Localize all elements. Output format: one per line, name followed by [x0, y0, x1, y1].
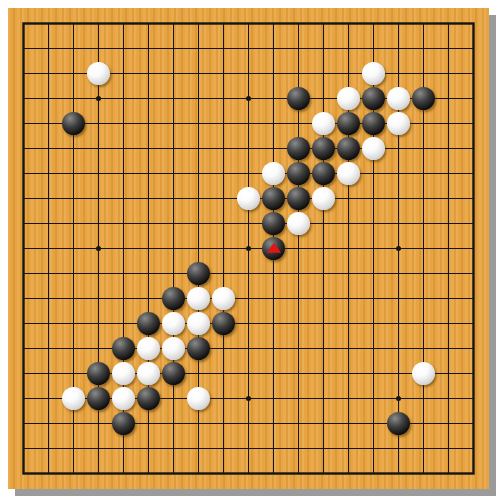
intersection[interactable] — [461, 261, 486, 286]
intersection[interactable] — [411, 236, 436, 261]
intersection[interactable] — [436, 361, 461, 386]
intersection[interactable] — [336, 36, 361, 61]
intersection[interactable] — [261, 136, 286, 161]
intersection[interactable] — [86, 211, 111, 236]
intersection[interactable] — [436, 336, 461, 361]
intersection[interactable] — [161, 336, 186, 361]
intersection[interactable] — [161, 36, 186, 61]
intersection[interactable] — [11, 61, 36, 86]
intersection[interactable] — [386, 336, 411, 361]
intersection[interactable] — [236, 336, 261, 361]
intersection[interactable] — [136, 161, 161, 186]
intersection[interactable] — [161, 411, 186, 436]
intersection[interactable] — [336, 386, 361, 411]
intersection[interactable] — [411, 286, 436, 311]
intersection[interactable] — [111, 86, 136, 111]
intersection[interactable] — [436, 436, 461, 461]
intersection[interactable] — [386, 286, 411, 311]
intersection[interactable] — [286, 436, 311, 461]
intersection[interactable] — [286, 111, 311, 136]
intersection[interactable] — [336, 61, 361, 86]
intersection[interactable] — [336, 311, 361, 336]
intersection[interactable] — [11, 111, 36, 136]
intersection[interactable] — [61, 361, 86, 386]
intersection[interactable] — [86, 61, 111, 86]
intersection[interactable] — [336, 211, 361, 236]
intersection[interactable] — [386, 361, 411, 386]
intersection[interactable] — [36, 311, 61, 336]
intersection[interactable] — [236, 436, 261, 461]
intersection[interactable] — [111, 161, 136, 186]
intersection[interactable] — [61, 86, 86, 111]
intersection[interactable] — [361, 61, 386, 86]
intersection[interactable] — [111, 436, 136, 461]
intersection[interactable] — [386, 36, 411, 61]
intersection[interactable] — [186, 186, 211, 211]
intersection[interactable] — [261, 36, 286, 61]
intersection[interactable] — [311, 211, 336, 236]
intersection[interactable] — [211, 161, 236, 186]
intersection[interactable] — [61, 286, 86, 311]
intersection[interactable] — [211, 86, 236, 111]
intersection[interactable] — [436, 186, 461, 211]
intersection[interactable] — [286, 286, 311, 311]
intersection[interactable] — [161, 311, 186, 336]
intersection[interactable] — [61, 261, 86, 286]
intersection[interactable] — [86, 286, 111, 311]
intersection[interactable] — [261, 311, 286, 336]
intersection[interactable] — [86, 186, 111, 211]
intersection[interactable] — [286, 386, 311, 411]
intersection[interactable] — [261, 11, 286, 36]
intersection[interactable] — [336, 336, 361, 361]
intersection[interactable] — [11, 361, 36, 386]
intersection[interactable] — [111, 186, 136, 211]
intersection[interactable] — [61, 411, 86, 436]
intersection[interactable] — [211, 286, 236, 311]
intersection[interactable] — [86, 161, 111, 186]
intersection[interactable] — [236, 361, 261, 386]
intersection[interactable] — [411, 36, 436, 61]
intersection[interactable] — [386, 386, 411, 411]
intersection[interactable] — [136, 111, 161, 136]
intersection[interactable] — [236, 161, 261, 186]
intersection[interactable] — [236, 186, 261, 211]
intersection[interactable] — [161, 136, 186, 161]
intersection[interactable] — [461, 136, 486, 161]
intersection[interactable] — [286, 86, 311, 111]
intersection[interactable] — [236, 261, 261, 286]
intersection[interactable] — [136, 386, 161, 411]
intersection[interactable] — [211, 386, 236, 411]
intersection[interactable] — [136, 336, 161, 361]
intersection[interactable] — [311, 111, 336, 136]
intersection[interactable] — [461, 161, 486, 186]
intersection[interactable] — [236, 386, 261, 411]
intersection[interactable] — [236, 136, 261, 161]
intersection[interactable] — [436, 161, 461, 186]
intersection[interactable] — [236, 61, 261, 86]
intersection[interactable] — [136, 461, 161, 486]
intersection[interactable] — [86, 386, 111, 411]
intersection[interactable] — [461, 11, 486, 36]
intersection[interactable] — [136, 36, 161, 61]
intersection[interactable] — [261, 161, 286, 186]
intersection[interactable] — [211, 461, 236, 486]
intersection[interactable] — [461, 86, 486, 111]
intersection[interactable] — [236, 211, 261, 236]
intersection[interactable] — [36, 436, 61, 461]
intersection[interactable] — [461, 236, 486, 261]
intersection[interactable] — [236, 36, 261, 61]
intersection[interactable] — [211, 411, 236, 436]
intersection[interactable] — [136, 86, 161, 111]
intersection[interactable] — [411, 311, 436, 336]
intersection[interactable] — [336, 11, 361, 36]
intersection[interactable] — [186, 411, 211, 436]
intersection[interactable] — [111, 361, 136, 386]
intersection[interactable] — [311, 311, 336, 336]
intersection[interactable] — [161, 386, 186, 411]
intersection[interactable] — [461, 436, 486, 461]
intersection[interactable] — [261, 436, 286, 461]
intersection[interactable] — [286, 61, 311, 86]
intersection[interactable] — [386, 161, 411, 186]
intersection[interactable] — [361, 336, 386, 361]
intersection[interactable] — [61, 336, 86, 361]
intersection[interactable] — [11, 286, 36, 311]
intersection[interactable] — [111, 411, 136, 436]
intersection[interactable] — [186, 361, 211, 386]
intersection[interactable] — [86, 461, 111, 486]
intersection[interactable] — [136, 236, 161, 261]
intersection[interactable] — [111, 61, 136, 86]
intersection[interactable] — [61, 136, 86, 161]
intersection[interactable] — [161, 161, 186, 186]
intersection[interactable] — [186, 261, 211, 286]
intersection[interactable] — [461, 411, 486, 436]
intersection[interactable] — [436, 11, 461, 36]
intersection[interactable] — [211, 186, 236, 211]
intersection[interactable] — [36, 86, 61, 111]
intersection[interactable] — [386, 436, 411, 461]
intersection[interactable] — [136, 136, 161, 161]
intersection[interactable] — [311, 286, 336, 311]
intersection[interactable] — [286, 136, 311, 161]
intersection[interactable] — [361, 436, 386, 461]
intersection[interactable] — [461, 211, 486, 236]
intersection[interactable] — [186, 11, 211, 36]
intersection[interactable] — [286, 211, 311, 236]
intersection[interactable] — [161, 236, 186, 261]
intersection[interactable] — [386, 61, 411, 86]
intersection[interactable] — [61, 211, 86, 236]
intersection[interactable] — [136, 436, 161, 461]
intersection[interactable] — [11, 411, 36, 436]
intersection[interactable] — [261, 336, 286, 361]
intersection[interactable] — [261, 111, 286, 136]
intersection[interactable] — [411, 61, 436, 86]
intersection[interactable] — [136, 286, 161, 311]
intersection[interactable] — [436, 236, 461, 261]
intersection[interactable] — [286, 411, 311, 436]
intersection[interactable] — [186, 436, 211, 461]
intersection[interactable] — [286, 161, 311, 186]
intersection[interactable] — [161, 436, 186, 461]
intersection[interactable] — [11, 161, 36, 186]
intersection[interactable] — [136, 61, 161, 86]
intersection[interactable] — [386, 86, 411, 111]
intersection[interactable] — [411, 161, 436, 186]
intersection[interactable] — [211, 111, 236, 136]
intersection[interactable] — [436, 136, 461, 161]
intersection[interactable] — [436, 86, 461, 111]
intersection[interactable] — [11, 386, 36, 411]
intersection[interactable] — [286, 361, 311, 386]
intersection[interactable] — [411, 186, 436, 211]
intersection[interactable] — [261, 86, 286, 111]
intersection[interactable] — [186, 311, 211, 336]
intersection[interactable] — [236, 111, 261, 136]
intersection[interactable] — [186, 236, 211, 261]
intersection[interactable] — [61, 461, 86, 486]
intersection[interactable] — [411, 261, 436, 286]
intersection[interactable] — [36, 261, 61, 286]
intersection[interactable] — [286, 11, 311, 36]
intersection[interactable] — [436, 461, 461, 486]
intersection[interactable] — [36, 136, 61, 161]
intersection[interactable] — [211, 236, 236, 261]
intersection[interactable] — [11, 311, 36, 336]
intersection[interactable] — [261, 361, 286, 386]
intersection[interactable] — [286, 261, 311, 286]
intersection[interactable] — [161, 11, 186, 36]
intersection[interactable] — [11, 36, 36, 61]
intersection[interactable] — [461, 336, 486, 361]
intersection[interactable] — [36, 161, 61, 186]
intersection[interactable] — [161, 211, 186, 236]
intersection[interactable] — [161, 461, 186, 486]
intersection[interactable] — [161, 186, 186, 211]
intersection[interactable] — [311, 136, 336, 161]
intersection[interactable] — [36, 36, 61, 61]
intersection[interactable] — [361, 11, 386, 36]
intersection[interactable] — [386, 236, 411, 261]
intersection[interactable] — [386, 11, 411, 36]
intersection[interactable] — [311, 61, 336, 86]
intersection[interactable] — [186, 36, 211, 61]
intersection[interactable] — [461, 61, 486, 86]
intersection[interactable] — [111, 261, 136, 286]
intersection[interactable] — [436, 61, 461, 86]
intersection[interactable] — [436, 36, 461, 61]
intersection[interactable] — [361, 311, 386, 336]
intersection[interactable] — [361, 136, 386, 161]
intersection[interactable] — [11, 261, 36, 286]
intersection[interactable] — [411, 211, 436, 236]
intersection[interactable] — [411, 86, 436, 111]
intersection[interactable] — [36, 386, 61, 411]
intersection[interactable] — [186, 161, 211, 186]
intersection[interactable] — [311, 411, 336, 436]
intersection[interactable] — [311, 161, 336, 186]
intersection[interactable] — [411, 136, 436, 161]
intersection[interactable] — [461, 361, 486, 386]
intersection[interactable] — [361, 286, 386, 311]
intersection[interactable] — [361, 211, 386, 236]
intersection[interactable] — [11, 236, 36, 261]
intersection[interactable] — [61, 236, 86, 261]
intersection[interactable] — [211, 211, 236, 236]
intersection[interactable] — [61, 11, 86, 36]
intersection[interactable] — [86, 436, 111, 461]
intersection[interactable] — [86, 86, 111, 111]
intersection[interactable] — [211, 61, 236, 86]
intersection[interactable] — [36, 336, 61, 361]
intersection[interactable] — [36, 11, 61, 36]
intersection[interactable] — [436, 411, 461, 436]
intersection[interactable] — [186, 336, 211, 361]
intersection[interactable] — [286, 186, 311, 211]
intersection[interactable] — [36, 461, 61, 486]
intersection[interactable] — [336, 161, 361, 186]
intersection[interactable] — [11, 186, 36, 211]
intersection[interactable] — [361, 236, 386, 261]
intersection[interactable] — [36, 61, 61, 86]
intersection[interactable] — [311, 11, 336, 36]
intersection[interactable] — [11, 136, 36, 161]
intersection[interactable] — [236, 286, 261, 311]
intersection[interactable] — [311, 361, 336, 386]
intersection[interactable] — [186, 461, 211, 486]
intersection[interactable] — [336, 186, 361, 211]
intersection[interactable] — [136, 361, 161, 386]
intersection[interactable] — [261, 236, 286, 261]
intersection[interactable] — [186, 211, 211, 236]
intersection[interactable] — [136, 261, 161, 286]
intersection[interactable] — [411, 111, 436, 136]
intersection[interactable] — [286, 461, 311, 486]
intersection[interactable] — [111, 211, 136, 236]
intersection[interactable] — [136, 186, 161, 211]
intersection[interactable] — [411, 436, 436, 461]
intersection[interactable] — [336, 361, 361, 386]
intersection[interactable] — [211, 36, 236, 61]
intersection[interactable] — [436, 261, 461, 286]
intersection[interactable] — [36, 111, 61, 136]
intersection[interactable] — [136, 411, 161, 436]
intersection[interactable] — [61, 311, 86, 336]
intersection[interactable] — [461, 111, 486, 136]
intersection[interactable] — [136, 311, 161, 336]
intersection[interactable] — [36, 236, 61, 261]
intersection[interactable] — [311, 261, 336, 286]
intersection[interactable] — [211, 311, 236, 336]
intersection[interactable] — [336, 236, 361, 261]
intersection[interactable] — [386, 311, 411, 336]
intersection[interactable] — [386, 411, 411, 436]
intersection[interactable] — [86, 311, 111, 336]
intersection[interactable] — [36, 286, 61, 311]
intersection[interactable] — [86, 361, 111, 386]
intersection[interactable] — [161, 361, 186, 386]
intersection[interactable] — [36, 211, 61, 236]
intersection[interactable] — [261, 61, 286, 86]
intersection[interactable] — [236, 411, 261, 436]
intersection[interactable] — [311, 36, 336, 61]
intersection[interactable] — [336, 261, 361, 286]
intersection[interactable] — [336, 136, 361, 161]
intersection[interactable] — [36, 411, 61, 436]
intersection[interactable] — [211, 11, 236, 36]
intersection[interactable] — [86, 236, 111, 261]
intersection[interactable] — [111, 11, 136, 36]
intersection[interactable] — [236, 11, 261, 36]
intersection[interactable] — [11, 211, 36, 236]
intersection[interactable] — [261, 286, 286, 311]
intersection[interactable] — [111, 311, 136, 336]
intersection[interactable] — [186, 111, 211, 136]
intersection[interactable] — [211, 261, 236, 286]
intersection[interactable] — [211, 436, 236, 461]
intersection[interactable] — [61, 61, 86, 86]
intersection[interactable] — [161, 286, 186, 311]
intersection[interactable] — [386, 111, 411, 136]
intersection[interactable] — [386, 211, 411, 236]
intersection[interactable] — [286, 36, 311, 61]
intersection[interactable] — [86, 261, 111, 286]
intersection[interactable] — [11, 461, 36, 486]
intersection[interactable] — [211, 136, 236, 161]
intersection[interactable] — [411, 361, 436, 386]
intersection[interactable] — [111, 461, 136, 486]
intersection[interactable] — [461, 311, 486, 336]
intersection[interactable] — [386, 461, 411, 486]
intersection[interactable] — [311, 236, 336, 261]
intersection[interactable] — [236, 311, 261, 336]
intersection[interactable] — [436, 211, 461, 236]
intersection[interactable] — [336, 86, 361, 111]
intersection[interactable] — [436, 386, 461, 411]
intersection[interactable] — [186, 86, 211, 111]
intersection[interactable] — [236, 461, 261, 486]
intersection[interactable] — [411, 411, 436, 436]
intersection[interactable] — [311, 386, 336, 411]
intersection[interactable] — [386, 261, 411, 286]
intersection[interactable] — [86, 411, 111, 436]
intersection[interactable] — [411, 11, 436, 36]
intersection[interactable] — [111, 36, 136, 61]
intersection[interactable] — [286, 336, 311, 361]
intersection[interactable] — [86, 11, 111, 36]
intersection[interactable] — [436, 111, 461, 136]
intersection[interactable] — [61, 186, 86, 211]
intersection[interactable] — [311, 436, 336, 461]
intersection[interactable] — [86, 111, 111, 136]
intersection[interactable] — [261, 186, 286, 211]
intersection[interactable] — [461, 386, 486, 411]
intersection[interactable] — [361, 111, 386, 136]
intersection[interactable] — [361, 161, 386, 186]
intersection[interactable] — [11, 11, 36, 36]
intersection[interactable] — [161, 86, 186, 111]
intersection[interactable] — [11, 336, 36, 361]
intersection[interactable] — [361, 186, 386, 211]
intersection[interactable] — [361, 261, 386, 286]
intersection[interactable] — [311, 461, 336, 486]
intersection[interactable] — [361, 386, 386, 411]
intersection[interactable] — [261, 461, 286, 486]
